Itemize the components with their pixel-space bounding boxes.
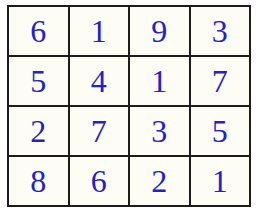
grid-cell-r1c4: 3: [191, 7, 250, 55]
grid-cell-r4c1: 8: [9, 157, 68, 205]
grid-cell-r1c3: 9: [130, 7, 189, 55]
page: 6193541727358621: [0, 0, 256, 213]
grid-cell-r1c1: 6: [9, 7, 68, 55]
grid-cell-r1c2: 1: [70, 7, 129, 55]
grid-cell-r2c4: 7: [191, 57, 250, 105]
grid-cell-r3c2: 7: [70, 107, 129, 155]
grid-cell-r2c1: 5: [9, 57, 68, 105]
grid-cell-r2c2: 4: [70, 57, 129, 105]
grid-cell-r2c3: 1: [130, 57, 189, 105]
grid-cell-r3c3: 3: [130, 107, 189, 155]
grid-cell-r4c4: 1: [191, 157, 250, 205]
grid-cell-r3c4: 5: [191, 107, 250, 155]
grid-cell-r4c2: 6: [70, 157, 129, 205]
grid-cell-r3c1: 2: [9, 107, 68, 155]
grid-cell-r4c3: 2: [130, 157, 189, 205]
number-grid: 6193541727358621: [7, 5, 251, 207]
